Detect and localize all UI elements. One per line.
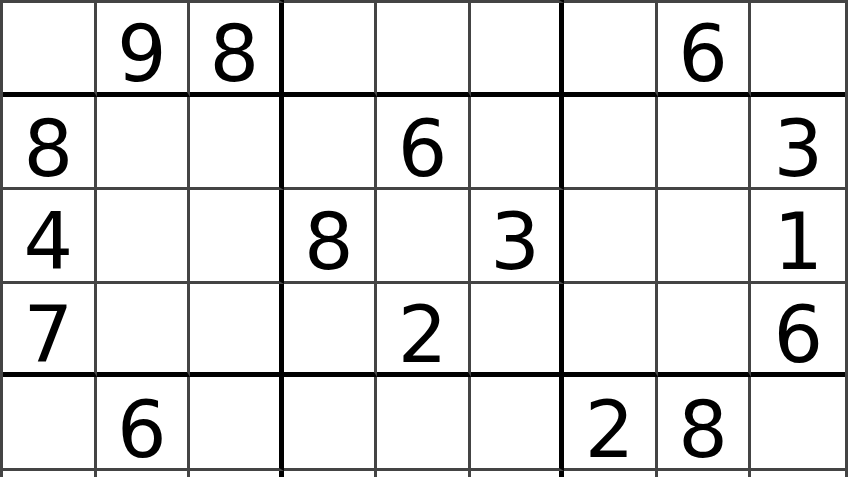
digit-r5c6: 3 [490, 204, 540, 282]
cell-r5c7[interactable] [564, 190, 658, 284]
cell-r6c9[interactable]: 6 [751, 284, 845, 378]
digit-r3c2: 9 [117, 16, 167, 94]
cell-r7c4[interactable] [284, 377, 378, 471]
cell-r5c6[interactable]: 3 [471, 190, 565, 284]
cell-r6c3[interactable] [190, 284, 284, 378]
sudoku-viewport: 9868634831726628 [0, 0, 848, 477]
cell-r4c7[interactable] [564, 97, 658, 191]
cell-r8c1[interactable] [3, 471, 97, 477]
cell-r4c1[interactable]: 8 [3, 97, 97, 191]
cell-r4c6[interactable] [471, 97, 565, 191]
digit-r6c5: 2 [398, 296, 448, 374]
digit-r4c9: 3 [773, 110, 823, 188]
cell-r4c8[interactable] [658, 97, 752, 191]
cell-r7c3[interactable] [190, 377, 284, 471]
cell-r8c4[interactable] [284, 471, 378, 477]
cell-r8c9[interactable] [751, 471, 845, 477]
cell-r5c9[interactable]: 1 [751, 190, 845, 284]
cell-r5c2[interactable] [97, 190, 191, 284]
cell-r8c6[interactable] [471, 471, 565, 477]
digit-r5c9: 1 [773, 204, 823, 282]
cell-r7c8[interactable]: 8 [658, 377, 752, 471]
digit-r4c1: 8 [23, 110, 73, 188]
sudoku-board: 9868634831726628 [0, 0, 848, 477]
cell-r5c5[interactable] [377, 190, 471, 284]
cell-r5c3[interactable] [190, 190, 284, 284]
cell-r3c5[interactable] [377, 3, 471, 97]
cell-r5c1[interactable]: 4 [3, 190, 97, 284]
cell-r4c2[interactable] [97, 97, 191, 191]
cell-r6c6[interactable] [471, 284, 565, 378]
digit-r7c2: 6 [117, 391, 167, 469]
cell-r6c7[interactable] [564, 284, 658, 378]
cell-r6c2[interactable] [97, 284, 191, 378]
cell-r3c9[interactable] [751, 3, 845, 97]
cell-r3c4[interactable] [284, 3, 378, 97]
cell-r4c9[interactable]: 3 [751, 97, 845, 191]
cell-r6c8[interactable] [658, 284, 752, 378]
cell-r8c3[interactable] [190, 471, 284, 477]
cell-r4c4[interactable] [284, 97, 378, 191]
cell-r3c6[interactable] [471, 3, 565, 97]
digit-r6c9: 6 [773, 296, 823, 374]
digit-r5c4: 8 [304, 204, 354, 282]
cell-r3c1[interactable] [3, 3, 97, 97]
cell-r4c5[interactable]: 6 [377, 97, 471, 191]
cell-r4c3[interactable] [190, 97, 284, 191]
cell-r7c5[interactable] [377, 377, 471, 471]
digit-r7c8: 8 [678, 391, 728, 469]
cell-r6c5[interactable]: 2 [377, 284, 471, 378]
digit-r7c7: 2 [585, 391, 635, 469]
digit-r3c3: 8 [210, 16, 260, 94]
digit-r3c8: 6 [678, 16, 728, 94]
cell-r7c2[interactable]: 6 [97, 377, 191, 471]
cell-r6c4[interactable] [284, 284, 378, 378]
cell-r3c3[interactable]: 8 [190, 3, 284, 97]
digit-r4c5: 6 [398, 110, 448, 188]
digit-r6c1: 7 [23, 296, 73, 374]
cell-r7c7[interactable]: 2 [564, 377, 658, 471]
cell-r5c8[interactable] [658, 190, 752, 284]
cell-r7c1[interactable] [3, 377, 97, 471]
cell-r8c5[interactable] [377, 471, 471, 477]
cell-r6c1[interactable]: 7 [3, 284, 97, 378]
digit-r5c1: 4 [23, 204, 73, 282]
cell-r3c8[interactable]: 6 [658, 3, 752, 97]
cell-r3c2[interactable]: 9 [97, 3, 191, 97]
cell-r3c7[interactable] [564, 3, 658, 97]
cell-r5c4[interactable]: 8 [284, 190, 378, 284]
cell-r7c9[interactable] [751, 377, 845, 471]
cell-r7c6[interactable] [471, 377, 565, 471]
